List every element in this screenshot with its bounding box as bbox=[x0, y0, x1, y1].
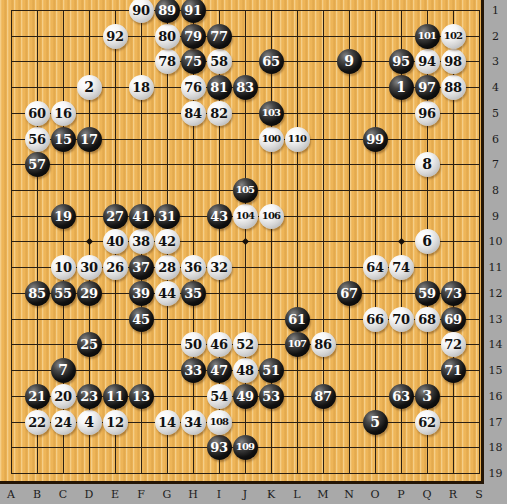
move-number: 36 bbox=[184, 261, 202, 274]
grid-line-row-7 bbox=[11, 164, 480, 165]
move-number: 66 bbox=[366, 313, 384, 326]
move-number: 37 bbox=[132, 261, 150, 274]
move-number: 76 bbox=[184, 81, 202, 94]
move-number: 31 bbox=[158, 210, 176, 223]
stone-white-66[interactable]: 66 bbox=[363, 307, 388, 332]
grid-line-col-S bbox=[479, 10, 480, 474]
move-number: 21 bbox=[28, 390, 46, 403]
move-number: 99 bbox=[366, 133, 384, 146]
move-number: 73 bbox=[444, 287, 462, 300]
move-number: 13 bbox=[132, 390, 150, 403]
move-number: 92 bbox=[106, 30, 124, 43]
move-number: 85 bbox=[28, 287, 46, 300]
move-number: 59 bbox=[418, 287, 436, 300]
stone-black-19[interactable]: 19 bbox=[51, 204, 76, 229]
stone-white-58[interactable]: 58 bbox=[207, 49, 232, 74]
col-label-Q: Q bbox=[419, 488, 435, 501]
stone-black-31[interactable]: 31 bbox=[155, 204, 180, 229]
row-label-9: 9 bbox=[484, 210, 507, 223]
stone-black-85[interactable]: 85 bbox=[25, 281, 50, 306]
move-number: 28 bbox=[158, 261, 176, 274]
star-point-J10 bbox=[242, 238, 249, 245]
move-number: 91 bbox=[184, 4, 202, 17]
stone-white-2[interactable]: 2 bbox=[77, 75, 102, 100]
stone-black-37[interactable]: 37 bbox=[129, 255, 154, 280]
stone-white-68[interactable]: 68 bbox=[415, 307, 440, 332]
move-number: 69 bbox=[444, 313, 462, 326]
grid-line-row-1 bbox=[11, 10, 480, 11]
move-number: 29 bbox=[80, 287, 98, 300]
move-number: 96 bbox=[418, 107, 436, 120]
stone-white-104[interactable]: 104 bbox=[233, 204, 258, 229]
stone-white-36[interactable]: 36 bbox=[181, 255, 206, 280]
stone-white-102[interactable]: 102 bbox=[441, 24, 466, 49]
stone-black-33[interactable]: 33 bbox=[181, 358, 206, 383]
move-number: 78 bbox=[158, 55, 176, 68]
move-number: 100 bbox=[262, 134, 280, 144]
stone-white-12[interactable]: 12 bbox=[103, 410, 128, 435]
move-number: 79 bbox=[184, 30, 202, 43]
stone-black-61[interactable]: 61 bbox=[285, 307, 310, 332]
stone-black-45[interactable]: 45 bbox=[129, 307, 154, 332]
stone-black-99[interactable]: 99 bbox=[363, 127, 388, 152]
stone-black-57[interactable]: 57 bbox=[25, 152, 50, 177]
move-number: 8 bbox=[422, 157, 431, 171]
stone-black-87[interactable]: 87 bbox=[311, 384, 336, 409]
stone-black-107[interactable]: 107 bbox=[285, 332, 310, 357]
move-number: 101 bbox=[418, 31, 436, 41]
move-number: 16 bbox=[54, 107, 72, 120]
col-label-B: B bbox=[29, 488, 45, 501]
stone-black-15[interactable]: 15 bbox=[51, 127, 76, 152]
move-number: 50 bbox=[184, 338, 202, 351]
col-label-M: M bbox=[315, 488, 331, 501]
move-number: 68 bbox=[418, 313, 436, 326]
row-label-13: 13 bbox=[484, 313, 507, 326]
move-number: 2 bbox=[84, 80, 93, 94]
stone-white-28[interactable]: 28 bbox=[155, 255, 180, 280]
stone-white-4[interactable]: 4 bbox=[77, 410, 102, 435]
stone-white-24[interactable]: 24 bbox=[51, 410, 76, 435]
move-number: 87 bbox=[314, 390, 332, 403]
stone-white-10[interactable]: 10 bbox=[51, 255, 76, 280]
stone-black-75[interactable]: 75 bbox=[181, 49, 206, 74]
col-label-F: F bbox=[133, 488, 149, 501]
stone-white-78[interactable]: 78 bbox=[155, 49, 180, 74]
grid-line-col-L bbox=[297, 10, 298, 474]
move-number: 47 bbox=[210, 364, 228, 377]
row-label-15: 15 bbox=[484, 364, 507, 377]
col-label-A: A bbox=[3, 488, 19, 501]
grid-line-row-2 bbox=[11, 36, 480, 37]
stone-black-3[interactable]: 3 bbox=[415, 384, 440, 409]
stone-black-73[interactable]: 73 bbox=[441, 281, 466, 306]
col-label-P: P bbox=[393, 488, 409, 501]
stone-black-29[interactable]: 29 bbox=[77, 281, 102, 306]
col-label-H: H bbox=[185, 488, 201, 501]
row-label-11: 11 bbox=[484, 261, 507, 274]
grid-line-col-N bbox=[349, 10, 350, 474]
stone-white-20[interactable]: 20 bbox=[51, 384, 76, 409]
go-move-diagram: 1234567891011121314151617181920212223242… bbox=[0, 0, 507, 504]
stone-black-59[interactable]: 59 bbox=[415, 281, 440, 306]
stone-white-22[interactable]: 22 bbox=[25, 410, 50, 435]
stone-black-63[interactable]: 63 bbox=[389, 384, 414, 409]
stone-white-62[interactable]: 62 bbox=[415, 410, 440, 435]
row-label-3: 3 bbox=[484, 55, 507, 68]
stone-white-46[interactable]: 46 bbox=[207, 332, 232, 357]
move-number: 77 bbox=[210, 30, 228, 43]
stone-white-34[interactable]: 34 bbox=[181, 410, 206, 435]
row-label-18: 18 bbox=[484, 441, 507, 454]
grid-line-col-A bbox=[11, 10, 12, 474]
stone-white-74[interactable]: 74 bbox=[389, 255, 414, 280]
move-number: 90 bbox=[132, 4, 150, 17]
col-label-E: E bbox=[107, 488, 123, 501]
stone-white-48[interactable]: 48 bbox=[233, 358, 258, 383]
move-number: 55 bbox=[54, 287, 72, 300]
move-number: 32 bbox=[210, 261, 228, 274]
move-number: 93 bbox=[210, 441, 228, 454]
move-number: 17 bbox=[80, 133, 98, 146]
stone-black-39[interactable]: 39 bbox=[129, 281, 154, 306]
move-number: 18 bbox=[132, 81, 150, 94]
col-label-I: I bbox=[211, 488, 227, 501]
move-number: 15 bbox=[54, 133, 72, 146]
move-number: 44 bbox=[158, 287, 176, 300]
stone-black-53[interactable]: 53 bbox=[259, 384, 284, 409]
stone-white-18[interactable]: 18 bbox=[129, 75, 154, 100]
move-number: 67 bbox=[340, 287, 358, 300]
col-label-C: C bbox=[55, 488, 71, 501]
move-number: 19 bbox=[54, 210, 72, 223]
move-number: 63 bbox=[392, 390, 410, 403]
move-number: 81 bbox=[210, 81, 228, 94]
stone-white-14[interactable]: 14 bbox=[155, 410, 180, 435]
stone-white-64[interactable]: 64 bbox=[363, 255, 388, 280]
move-number: 65 bbox=[262, 55, 280, 68]
stone-black-103[interactable]: 103 bbox=[259, 101, 284, 126]
stone-black-17[interactable]: 17 bbox=[77, 127, 102, 152]
move-number: 22 bbox=[28, 416, 46, 429]
stone-white-8[interactable]: 8 bbox=[415, 152, 440, 177]
move-number: 102 bbox=[444, 31, 462, 41]
move-number: 39 bbox=[132, 287, 150, 300]
move-number: 38 bbox=[132, 235, 150, 248]
move-number: 108 bbox=[210, 417, 228, 427]
move-number: 42 bbox=[158, 235, 176, 248]
move-number: 46 bbox=[210, 338, 228, 351]
move-number: 34 bbox=[184, 416, 202, 429]
move-number: 25 bbox=[80, 338, 98, 351]
stone-black-13[interactable]: 13 bbox=[129, 384, 154, 409]
move-number: 11 bbox=[106, 390, 124, 403]
move-number: 33 bbox=[184, 364, 202, 377]
move-number: 24 bbox=[54, 416, 72, 429]
move-number: 10 bbox=[54, 261, 72, 274]
move-number: 83 bbox=[236, 81, 254, 94]
row-label-19: 19 bbox=[484, 467, 507, 480]
stone-black-27[interactable]: 27 bbox=[103, 204, 128, 229]
col-label-S: S bbox=[471, 488, 487, 501]
move-number: 4 bbox=[84, 415, 93, 429]
col-label-R: R bbox=[445, 488, 461, 501]
move-number: 75 bbox=[184, 55, 202, 68]
stone-black-105[interactable]: 105 bbox=[233, 178, 258, 203]
move-number: 60 bbox=[28, 107, 46, 120]
move-number: 86 bbox=[314, 338, 332, 351]
stone-white-44[interactable]: 44 bbox=[155, 281, 180, 306]
move-number: 110 bbox=[288, 134, 306, 144]
stone-black-91[interactable]: 91 bbox=[181, 0, 206, 23]
move-number: 6 bbox=[422, 234, 431, 248]
move-number: 98 bbox=[444, 55, 462, 68]
stone-white-6[interactable]: 6 bbox=[415, 229, 440, 254]
move-number: 109 bbox=[236, 442, 254, 452]
move-number: 49 bbox=[236, 390, 254, 403]
row-label-1: 1 bbox=[484, 4, 507, 17]
goban[interactable]: 1234567891011121314151617181920212223242… bbox=[0, 0, 481, 481]
move-number: 30 bbox=[80, 261, 98, 274]
stone-white-76[interactable]: 76 bbox=[181, 75, 206, 100]
stone-white-108[interactable]: 108 bbox=[207, 410, 232, 435]
stone-white-106[interactable]: 106 bbox=[259, 204, 284, 229]
move-number: 89 bbox=[158, 4, 176, 17]
col-label-J: J bbox=[237, 488, 253, 501]
move-number: 95 bbox=[392, 55, 410, 68]
star-point-D10 bbox=[86, 238, 93, 245]
stone-white-32[interactable]: 32 bbox=[207, 255, 232, 280]
stone-black-67[interactable]: 67 bbox=[337, 281, 362, 306]
stone-black-101[interactable]: 101 bbox=[415, 24, 440, 49]
move-number: 20 bbox=[54, 390, 72, 403]
stone-white-38[interactable]: 38 bbox=[129, 229, 154, 254]
move-number: 26 bbox=[106, 261, 124, 274]
stone-black-109[interactable]: 109 bbox=[233, 435, 258, 460]
stone-black-9[interactable]: 9 bbox=[337, 49, 362, 74]
stone-black-89[interactable]: 89 bbox=[155, 0, 180, 23]
move-number: 72 bbox=[444, 338, 462, 351]
move-number: 82 bbox=[210, 107, 228, 120]
stone-white-94[interactable]: 94 bbox=[415, 49, 440, 74]
stone-black-49[interactable]: 49 bbox=[233, 384, 258, 409]
move-number: 106 bbox=[262, 211, 280, 221]
move-number: 7 bbox=[58, 363, 67, 377]
stone-black-65[interactable]: 65 bbox=[259, 49, 284, 74]
move-number: 57 bbox=[28, 158, 46, 171]
stone-white-26[interactable]: 26 bbox=[103, 255, 128, 280]
stone-black-69[interactable]: 69 bbox=[441, 307, 466, 332]
stone-black-23[interactable]: 23 bbox=[77, 384, 102, 409]
stone-white-70[interactable]: 70 bbox=[389, 307, 414, 332]
stone-black-81[interactable]: 81 bbox=[207, 75, 232, 100]
row-label-10: 10 bbox=[484, 235, 507, 248]
col-label-G: G bbox=[159, 488, 175, 501]
stone-black-21[interactable]: 21 bbox=[25, 384, 50, 409]
stone-black-47[interactable]: 47 bbox=[207, 358, 232, 383]
move-number: 53 bbox=[262, 390, 280, 403]
row-label-12: 12 bbox=[484, 287, 507, 300]
move-number: 84 bbox=[184, 107, 202, 120]
move-number: 51 bbox=[262, 364, 280, 377]
move-number: 56 bbox=[28, 133, 46, 146]
stone-black-25[interactable]: 25 bbox=[77, 332, 102, 357]
row-label-8: 8 bbox=[484, 184, 507, 197]
row-coordinate-bar: 12345678910111213141516171819 bbox=[484, 0, 507, 484]
move-number: 35 bbox=[184, 287, 202, 300]
move-number: 48 bbox=[236, 364, 254, 377]
move-number: 62 bbox=[418, 416, 436, 429]
move-number: 43 bbox=[210, 210, 228, 223]
stone-white-98[interactable]: 98 bbox=[441, 49, 466, 74]
stone-white-88[interactable]: 88 bbox=[441, 75, 466, 100]
grid-line-col-O bbox=[375, 10, 376, 474]
row-label-5: 5 bbox=[484, 107, 507, 120]
row-label-14: 14 bbox=[484, 338, 507, 351]
stone-white-92[interactable]: 92 bbox=[103, 24, 128, 49]
move-number: 74 bbox=[392, 261, 410, 274]
stone-black-1[interactable]: 1 bbox=[389, 75, 414, 100]
move-number: 1 bbox=[396, 80, 405, 94]
col-label-K: K bbox=[263, 488, 279, 501]
stone-black-7[interactable]: 7 bbox=[51, 358, 76, 383]
stone-white-30[interactable]: 30 bbox=[77, 255, 102, 280]
move-number: 27 bbox=[106, 210, 124, 223]
stone-black-11[interactable]: 11 bbox=[103, 384, 128, 409]
row-label-17: 17 bbox=[484, 416, 507, 429]
move-number: 9 bbox=[344, 54, 353, 68]
stone-white-52[interactable]: 52 bbox=[233, 332, 258, 357]
row-label-2: 2 bbox=[484, 30, 507, 43]
row-label-16: 16 bbox=[484, 390, 507, 403]
stone-black-51[interactable]: 51 bbox=[259, 358, 284, 383]
star-point-P10 bbox=[398, 238, 405, 245]
move-number: 58 bbox=[210, 55, 228, 68]
stone-black-5[interactable]: 5 bbox=[363, 410, 388, 435]
stone-white-42[interactable]: 42 bbox=[155, 229, 180, 254]
stone-white-50[interactable]: 50 bbox=[181, 332, 206, 357]
stone-white-80[interactable]: 80 bbox=[155, 24, 180, 49]
row-label-7: 7 bbox=[484, 158, 507, 171]
row-label-4: 4 bbox=[484, 81, 507, 94]
move-number: 105 bbox=[236, 185, 254, 195]
move-number: 14 bbox=[158, 416, 176, 429]
move-number: 5 bbox=[370, 415, 379, 429]
column-coordinate-bar: ABCDEFGHIJKLMNOPQRS bbox=[0, 484, 507, 504]
grid-line-row-19 bbox=[11, 473, 480, 474]
move-number: 71 bbox=[444, 364, 462, 377]
stone-black-71[interactable]: 71 bbox=[441, 358, 466, 383]
stone-black-35[interactable]: 35 bbox=[181, 281, 206, 306]
move-number: 3 bbox=[422, 389, 431, 403]
stone-white-16[interactable]: 16 bbox=[51, 101, 76, 126]
stone-black-77[interactable]: 77 bbox=[207, 24, 232, 49]
move-number: 107 bbox=[288, 339, 306, 349]
stone-white-110[interactable]: 110 bbox=[285, 127, 310, 152]
stone-black-83[interactable]: 83 bbox=[233, 75, 258, 100]
grid-line-row-5 bbox=[11, 113, 480, 114]
stone-white-72[interactable]: 72 bbox=[441, 332, 466, 357]
col-label-N: N bbox=[341, 488, 357, 501]
move-number: 23 bbox=[80, 390, 98, 403]
move-number: 70 bbox=[392, 313, 410, 326]
stone-black-41[interactable]: 41 bbox=[129, 204, 154, 229]
col-label-O: O bbox=[367, 488, 383, 501]
move-number: 54 bbox=[210, 390, 228, 403]
stone-white-86[interactable]: 86 bbox=[311, 332, 336, 357]
stone-white-90[interactable]: 90 bbox=[129, 0, 154, 23]
move-number: 12 bbox=[106, 416, 124, 429]
move-number: 40 bbox=[106, 235, 124, 248]
move-number: 61 bbox=[288, 313, 306, 326]
stone-white-56[interactable]: 56 bbox=[25, 127, 50, 152]
stone-black-97[interactable]: 97 bbox=[415, 75, 440, 100]
stone-white-40[interactable]: 40 bbox=[103, 229, 128, 254]
move-number: 64 bbox=[366, 261, 384, 274]
stone-white-100[interactable]: 100 bbox=[259, 127, 284, 152]
stone-black-43[interactable]: 43 bbox=[207, 204, 232, 229]
stone-white-82[interactable]: 82 bbox=[207, 101, 232, 126]
move-number: 45 bbox=[132, 313, 150, 326]
move-number: 103 bbox=[262, 108, 280, 118]
stone-black-79[interactable]: 79 bbox=[181, 24, 206, 49]
stone-black-93[interactable]: 93 bbox=[207, 435, 232, 460]
move-number: 41 bbox=[132, 210, 150, 223]
move-number: 94 bbox=[418, 55, 436, 68]
stone-white-96[interactable]: 96 bbox=[415, 101, 440, 126]
stone-black-55[interactable]: 55 bbox=[51, 281, 76, 306]
col-label-L: L bbox=[289, 488, 305, 501]
stone-black-95[interactable]: 95 bbox=[389, 49, 414, 74]
row-label-6: 6 bbox=[484, 133, 507, 146]
move-number: 97 bbox=[418, 81, 436, 94]
stone-white-84[interactable]: 84 bbox=[181, 101, 206, 126]
move-number: 52 bbox=[236, 338, 254, 351]
stone-white-54[interactable]: 54 bbox=[207, 384, 232, 409]
col-label-D: D bbox=[81, 488, 97, 501]
move-number: 104 bbox=[236, 211, 254, 221]
move-number: 80 bbox=[158, 30, 176, 43]
stone-white-60[interactable]: 60 bbox=[25, 101, 50, 126]
move-number: 88 bbox=[444, 81, 462, 94]
